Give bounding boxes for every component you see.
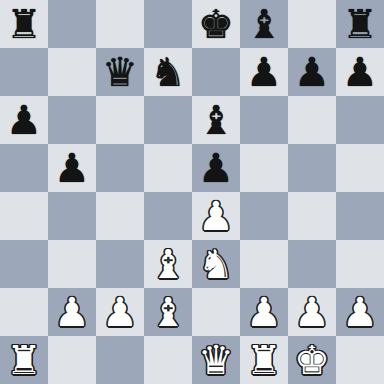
square-f8[interactable]: ♝ (240, 0, 288, 48)
piece-black-king[interactable]: ♚ (198, 4, 234, 44)
square-c2[interactable]: ♟ (96, 288, 144, 336)
square-d8[interactable] (144, 0, 192, 48)
square-c5[interactable] (96, 144, 144, 192)
piece-white-king[interactable]: ♚ (294, 340, 330, 380)
piece-black-pawn[interactable]: ♟ (294, 52, 330, 92)
square-a7[interactable] (0, 48, 48, 96)
square-g1[interactable]: ♚ (288, 336, 336, 384)
piece-black-rook[interactable]: ♜ (342, 4, 378, 44)
square-g8[interactable] (288, 0, 336, 48)
square-e8[interactable]: ♚ (192, 0, 240, 48)
square-c4[interactable] (96, 192, 144, 240)
square-f5[interactable] (240, 144, 288, 192)
square-a4[interactable] (0, 192, 48, 240)
piece-black-knight[interactable]: ♞ (150, 52, 186, 92)
square-h7[interactable]: ♟ (336, 48, 384, 96)
square-h3[interactable] (336, 240, 384, 288)
square-a2[interactable] (0, 288, 48, 336)
piece-white-rook[interactable]: ♜ (246, 340, 282, 380)
square-h2[interactable]: ♟ (336, 288, 384, 336)
piece-black-pawn[interactable]: ♟ (198, 148, 234, 188)
square-f1[interactable]: ♜ (240, 336, 288, 384)
square-e4[interactable]: ♟ (192, 192, 240, 240)
square-g4[interactable] (288, 192, 336, 240)
square-b6[interactable] (48, 96, 96, 144)
piece-white-pawn[interactable]: ♟ (294, 292, 330, 332)
piece-black-pawn[interactable]: ♟ (6, 100, 42, 140)
square-d6[interactable] (144, 96, 192, 144)
square-e5[interactable]: ♟ (192, 144, 240, 192)
square-f7[interactable]: ♟ (240, 48, 288, 96)
piece-white-knight[interactable]: ♞ (198, 244, 234, 284)
square-e1[interactable]: ♛ (192, 336, 240, 384)
square-d3[interactable]: ♝ (144, 240, 192, 288)
piece-black-rook[interactable]: ♜ (6, 4, 42, 44)
piece-white-pawn[interactable]: ♟ (246, 292, 282, 332)
piece-white-bishop[interactable]: ♝ (150, 244, 186, 284)
square-c8[interactable] (96, 0, 144, 48)
square-h4[interactable] (336, 192, 384, 240)
square-b8[interactable] (48, 0, 96, 48)
square-a6[interactable]: ♟ (0, 96, 48, 144)
square-f3[interactable] (240, 240, 288, 288)
chess-board: ♜♚♝♜♛♞♟♟♟♟♝♟♟♟♝♞♟♟♝♟♟♟♜♛♜♚ (0, 0, 384, 384)
square-a3[interactable] (0, 240, 48, 288)
square-f2[interactable]: ♟ (240, 288, 288, 336)
piece-black-pawn[interactable]: ♟ (246, 52, 282, 92)
square-b4[interactable] (48, 192, 96, 240)
square-d1[interactable] (144, 336, 192, 384)
square-b5[interactable]: ♟ (48, 144, 96, 192)
square-d2[interactable]: ♝ (144, 288, 192, 336)
square-a5[interactable] (0, 144, 48, 192)
square-e2[interactable] (192, 288, 240, 336)
square-c7[interactable]: ♛ (96, 48, 144, 96)
square-d7[interactable]: ♞ (144, 48, 192, 96)
square-g2[interactable]: ♟ (288, 288, 336, 336)
square-a1[interactable]: ♜ (0, 336, 48, 384)
square-c3[interactable] (96, 240, 144, 288)
piece-white-pawn[interactable]: ♟ (102, 292, 138, 332)
square-b2[interactable]: ♟ (48, 288, 96, 336)
square-d5[interactable] (144, 144, 192, 192)
piece-white-queen[interactable]: ♛ (198, 340, 234, 380)
square-a8[interactable]: ♜ (0, 0, 48, 48)
square-f4[interactable] (240, 192, 288, 240)
square-c6[interactable] (96, 96, 144, 144)
square-d4[interactable] (144, 192, 192, 240)
square-g3[interactable] (288, 240, 336, 288)
square-f6[interactable] (240, 96, 288, 144)
piece-white-pawn[interactable]: ♟ (198, 196, 234, 236)
square-b1[interactable] (48, 336, 96, 384)
square-h6[interactable] (336, 96, 384, 144)
square-b3[interactable] (48, 240, 96, 288)
square-e6[interactable]: ♝ (192, 96, 240, 144)
piece-black-pawn[interactable]: ♟ (342, 52, 378, 92)
square-e7[interactable] (192, 48, 240, 96)
square-h1[interactable] (336, 336, 384, 384)
square-g6[interactable] (288, 96, 336, 144)
square-c1[interactable] (96, 336, 144, 384)
piece-white-bishop[interactable]: ♝ (150, 292, 186, 332)
square-b7[interactable] (48, 48, 96, 96)
piece-black-pawn[interactable]: ♟ (54, 148, 90, 188)
piece-white-pawn[interactable]: ♟ (342, 292, 378, 332)
piece-black-bishop[interactable]: ♝ (246, 4, 282, 44)
piece-white-pawn[interactable]: ♟ (54, 292, 90, 332)
square-g5[interactable] (288, 144, 336, 192)
square-h5[interactable] (336, 144, 384, 192)
piece-white-rook[interactable]: ♜ (6, 340, 42, 380)
piece-black-bishop[interactable]: ♝ (198, 100, 234, 140)
square-g7[interactable]: ♟ (288, 48, 336, 96)
piece-black-queen[interactable]: ♛ (102, 52, 138, 92)
square-h8[interactable]: ♜ (336, 0, 384, 48)
square-e3[interactable]: ♞ (192, 240, 240, 288)
